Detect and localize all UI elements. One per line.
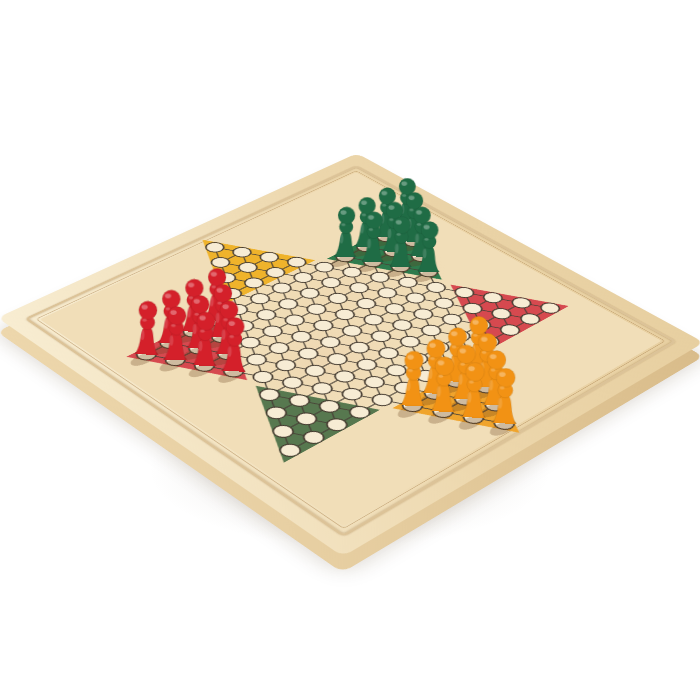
peg-orange[interactable] xyxy=(459,361,491,422)
peg-green[interactable] xyxy=(359,211,388,266)
peg-red[interactable] xyxy=(190,311,221,370)
peg-green[interactable] xyxy=(332,206,361,261)
peg-red[interactable] xyxy=(161,305,192,364)
peg-red[interactable] xyxy=(132,300,163,359)
scene xyxy=(0,0,700,700)
peg-orange[interactable] xyxy=(428,356,459,417)
peg-orange[interactable] xyxy=(489,367,521,428)
peg-green[interactable] xyxy=(387,216,416,272)
peg-orange[interactable] xyxy=(398,350,429,411)
board xyxy=(0,153,700,556)
peg-green[interactable] xyxy=(415,220,444,276)
peg-red[interactable] xyxy=(219,316,250,376)
camera-space xyxy=(0,0,700,700)
